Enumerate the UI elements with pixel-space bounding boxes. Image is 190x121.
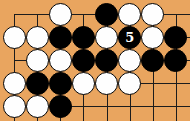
white-stone-r2c5[interactable] [95, 26, 118, 49]
white-stone-r3c2[interactable] [26, 49, 49, 72]
white-stone-r4c4[interactable] [72, 72, 95, 95]
white-stone-r1c3[interactable] [49, 3, 72, 26]
black-stone-r3c4[interactable] [72, 49, 95, 72]
white-stone-r1c6[interactable] [118, 3, 141, 26]
black-stone-r3c5[interactable] [95, 49, 118, 72]
white-stone-r2c2[interactable] [26, 26, 49, 49]
black-stone-r2c3[interactable] [49, 26, 72, 49]
white-stone-r3c6[interactable] [118, 49, 141, 72]
black-stone-r3c7[interactable] [141, 49, 164, 72]
move-number-label: 5 [119, 27, 140, 48]
black-stone-r1c5[interactable] [95, 3, 118, 26]
black-stone-r2c4[interactable] [72, 26, 95, 49]
black-stone-r4c3[interactable] [49, 72, 72, 95]
black-stone-r2c6[interactable]: 5 [118, 26, 141, 49]
white-stone-r4c5[interactable] [95, 72, 118, 95]
white-stone-r4c1[interactable] [3, 72, 26, 95]
black-stone-r5c3[interactable] [49, 95, 72, 118]
go-board[interactable]: 5 [0, 0, 190, 121]
go-diagram: 5 [0, 0, 190, 121]
white-stone-r4c6[interactable] [118, 72, 141, 95]
white-stone-r3c3[interactable] [49, 49, 72, 72]
white-stone-r2c1[interactable] [3, 26, 26, 49]
black-stone-r4c2[interactable] [26, 72, 49, 95]
white-stone-r5c1[interactable] [3, 95, 26, 118]
white-stone-r5c2[interactable] [26, 95, 49, 118]
black-stone-r2c8[interactable] [164, 26, 187, 49]
black-stone-r3c8[interactable] [164, 49, 187, 72]
white-stone-r1c7[interactable] [141, 3, 164, 26]
white-stone-r2c7[interactable] [141, 26, 164, 49]
